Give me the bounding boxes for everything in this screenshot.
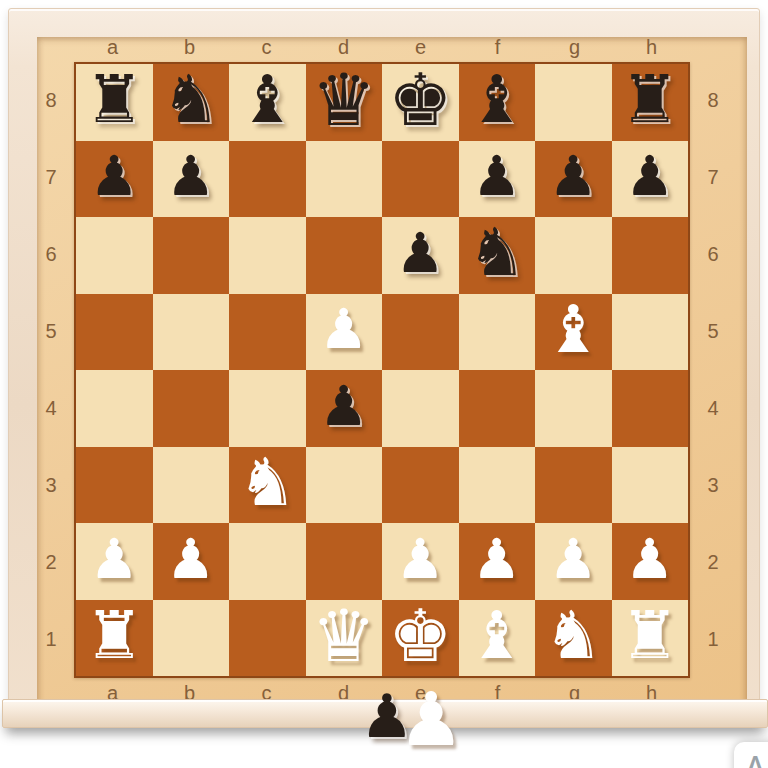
white-pawn[interactable]: ♟ <box>549 532 598 587</box>
rank-label-8: 8 <box>36 62 66 139</box>
file-label-f: f <box>459 34 536 60</box>
square-g7[interactable]: ♟ <box>535 141 612 218</box>
square-c3[interactable]: ♞ <box>229 447 306 524</box>
square-a4[interactable] <box>76 370 153 447</box>
square-h6[interactable] <box>612 217 689 294</box>
white-king[interactable]: ♚ <box>388 600 453 672</box>
square-a2[interactable]: ♟ <box>76 523 153 600</box>
square-e1[interactable]: ♚ <box>382 600 459 677</box>
black-pawn[interactable]: ♟ <box>166 149 215 204</box>
square-c6[interactable] <box>229 217 306 294</box>
square-c7[interactable] <box>229 141 306 218</box>
rank-label-4: 4 <box>36 370 66 447</box>
white-rook[interactable]: ♜ <box>620 603 679 669</box>
square-f3[interactable] <box>459 447 536 524</box>
black-rook[interactable]: ♜ <box>620 67 679 133</box>
rank-label-5: 5 <box>698 293 728 370</box>
white-pawn[interactable]: ♟ <box>472 532 521 587</box>
rank-label-1: 1 <box>698 601 728 678</box>
black-knight[interactable]: ♞ <box>467 220 526 286</box>
rank-label-7: 7 <box>36 139 66 216</box>
rank-labels-right: 87654321 <box>698 62 728 678</box>
black-bishop[interactable]: ♝ <box>467 67 526 133</box>
square-f1[interactable]: ♝ <box>459 600 536 677</box>
rank-label-2: 2 <box>698 524 728 601</box>
square-b1[interactable] <box>153 600 230 677</box>
white-pawn[interactable]: ♟ <box>625 532 674 587</box>
black-rook[interactable]: ♜ <box>85 67 144 133</box>
square-a6[interactable] <box>76 217 153 294</box>
square-a5[interactable] <box>76 294 153 371</box>
square-c5[interactable] <box>229 294 306 371</box>
file-label-c: c <box>228 34 305 60</box>
rank-labels-left: 87654321 <box>36 62 66 678</box>
file-labels-top: abcdefgh <box>74 34 690 60</box>
rank-label-7: 7 <box>698 139 728 216</box>
white-rook[interactable]: ♜ <box>85 603 144 669</box>
square-h7[interactable]: ♟ <box>612 141 689 218</box>
square-b3[interactable] <box>153 447 230 524</box>
rank-label-1: 1 <box>36 601 66 678</box>
square-b2[interactable]: ♟ <box>153 523 230 600</box>
rank-label-5: 5 <box>36 293 66 370</box>
square-g2[interactable]: ♟ <box>535 523 612 600</box>
square-b6[interactable] <box>153 217 230 294</box>
square-f6[interactable]: ♞ <box>459 217 536 294</box>
rank-label-3: 3 <box>36 447 66 524</box>
square-f8[interactable]: ♝ <box>459 64 536 141</box>
square-f7[interactable]: ♟ <box>459 141 536 218</box>
file-label-a: a <box>74 34 151 60</box>
square-g1[interactable]: ♞ <box>535 600 612 677</box>
square-d3[interactable] <box>306 447 383 524</box>
white-queen[interactable]: ♛ <box>311 600 376 672</box>
square-g4[interactable] <box>535 370 612 447</box>
black-pawn[interactable]: ♟ <box>319 379 368 434</box>
white-pawn[interactable]: ♟ <box>319 302 368 357</box>
white-bishop[interactable]: ♝ <box>544 297 603 363</box>
square-c8[interactable]: ♝ <box>229 64 306 141</box>
square-a7[interactable]: ♟ <box>76 141 153 218</box>
square-e4[interactable] <box>382 370 459 447</box>
square-e5[interactable] <box>382 294 459 371</box>
square-e6[interactable]: ♟ <box>382 217 459 294</box>
black-pawn[interactable]: ♟ <box>625 149 674 204</box>
file-label-h: h <box>613 34 690 60</box>
square-c1[interactable] <box>229 600 306 677</box>
square-a8[interactable]: ♜ <box>76 64 153 141</box>
black-pawn[interactable]: ♟ <box>90 149 139 204</box>
square-d4[interactable]: ♟ <box>306 370 383 447</box>
square-h1[interactable]: ♜ <box>612 600 689 677</box>
square-d2[interactable] <box>306 523 383 600</box>
white-pawn[interactable]: ♟ <box>90 532 139 587</box>
file-label-g: g <box>536 34 613 60</box>
rank-label-8: 8 <box>698 62 728 139</box>
white-bishop[interactable]: ♝ <box>467 603 526 669</box>
square-b8[interactable]: ♞ <box>153 64 230 141</box>
rank-label-4: 4 <box>698 370 728 447</box>
rank-label-6: 6 <box>698 216 728 293</box>
file-label-e: e <box>382 34 459 60</box>
square-h4[interactable] <box>612 370 689 447</box>
square-d7[interactable] <box>306 141 383 218</box>
black-bishop[interactable]: ♝ <box>238 67 297 133</box>
rank-label-3: 3 <box>698 447 728 524</box>
black-king[interactable]: ♚ <box>388 64 453 136</box>
file-label-d: d <box>305 34 382 60</box>
square-e3[interactable] <box>382 447 459 524</box>
square-g8[interactable] <box>535 64 612 141</box>
black-queen[interactable]: ♛ <box>311 64 376 136</box>
square-e8[interactable]: ♚ <box>382 64 459 141</box>
black-knight[interactable]: ♞ <box>161 67 220 133</box>
square-d5[interactable]: ♟ <box>306 294 383 371</box>
square-d1[interactable]: ♛ <box>306 600 383 677</box>
square-d8[interactable]: ♛ <box>306 64 383 141</box>
black-pawn[interactable]: ♟ <box>549 149 598 204</box>
file-label-b: b <box>151 34 228 60</box>
square-g6[interactable] <box>535 217 612 294</box>
square-h5[interactable] <box>612 294 689 371</box>
rank-label-2: 2 <box>36 524 66 601</box>
black-pawn[interactable]: ♟ <box>396 226 445 281</box>
square-e2[interactable]: ♟ <box>382 523 459 600</box>
square-h2[interactable]: ♟ <box>612 523 689 600</box>
square-g5[interactable]: ♝ <box>535 294 612 371</box>
square-e7[interactable] <box>382 141 459 218</box>
square-f5[interactable] <box>459 294 536 371</box>
rank-label-6: 6 <box>36 216 66 293</box>
square-h3[interactable] <box>612 447 689 524</box>
photo-watermark-logo: Λ а <box>734 742 768 768</box>
white-pawn[interactable]: ♟ <box>396 532 445 587</box>
square-b7[interactable]: ♟ <box>153 141 230 218</box>
white-pawn[interactable]: ♟ <box>166 532 215 587</box>
square-f4[interactable] <box>459 370 536 447</box>
square-c2[interactable] <box>229 523 306 600</box>
square-a3[interactable] <box>76 447 153 524</box>
square-c4[interactable] <box>229 370 306 447</box>
square-b4[interactable] <box>153 370 230 447</box>
black-pawn[interactable]: ♟ <box>472 149 521 204</box>
square-g3[interactable] <box>535 447 612 524</box>
white-knight[interactable]: ♞ <box>544 603 603 669</box>
square-h8[interactable]: ♜ <box>612 64 689 141</box>
chess-board: ♜♞♝♛♚♝♜♟♟♟♟♟♟♞♟♝♟♞♟♟♟♟♟♟♜♛♚♝♞♜ <box>74 62 690 678</box>
square-a1[interactable]: ♜ <box>76 600 153 677</box>
tray-white-pawn[interactable]: ♟ <box>398 682 464 756</box>
square-f2[interactable]: ♟ <box>459 523 536 600</box>
white-knight[interactable]: ♞ <box>238 450 297 516</box>
captured-pieces-tray: ♟♟ <box>352 676 472 768</box>
square-d6[interactable] <box>306 217 383 294</box>
square-b5[interactable] <box>153 294 230 371</box>
